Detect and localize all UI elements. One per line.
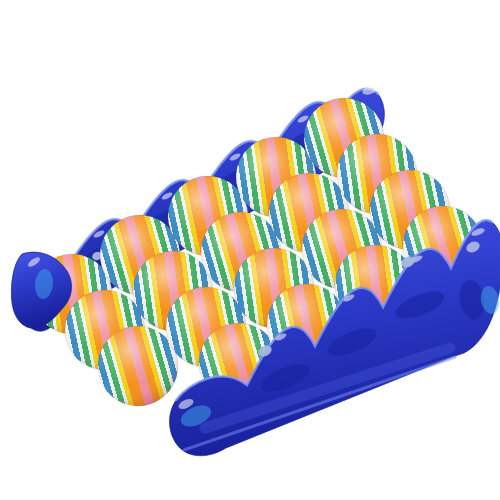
product-photo-container bbox=[0, 0, 500, 500]
ball-roller-rack bbox=[0, 0, 500, 500]
ball-shading bbox=[98, 326, 178, 406]
